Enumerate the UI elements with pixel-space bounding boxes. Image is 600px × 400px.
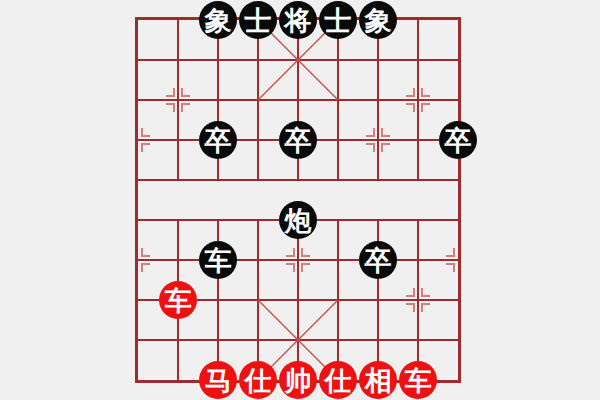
red-king-piece[interactable]: 帅 <box>279 361 317 399</box>
black-chariot-piece[interactable]: 车 <box>199 241 237 279</box>
red-chariot-piece[interactable]: 车 <box>399 361 437 399</box>
red-elephant-piece[interactable]: 相 <box>359 361 397 399</box>
black-soldier-piece[interactable]: 卒 <box>199 121 237 159</box>
red-advisor-piece[interactable]: 仕 <box>239 361 277 399</box>
black-cannon-piece[interactable]: 炮 <box>279 201 317 239</box>
black-soldier-piece[interactable]: 卒 <box>439 121 477 159</box>
black-advisor-piece[interactable]: 士 <box>319 1 357 39</box>
black-advisor-piece[interactable]: 士 <box>239 1 277 39</box>
red-chariot-piece[interactable]: 车 <box>159 281 197 319</box>
black-soldier-piece[interactable]: 卒 <box>279 121 317 159</box>
black-king-piece[interactable]: 将 <box>279 1 317 39</box>
black-elephant-piece[interactable]: 象 <box>359 1 397 39</box>
piece-grid: 象士将士象卒卒卒炮车卒车马仕帅仕相车 <box>118 0 478 400</box>
black-elephant-piece[interactable]: 象 <box>199 1 237 39</box>
red-advisor-piece[interactable]: 仕 <box>319 361 357 399</box>
black-soldier-piece[interactable]: 卒 <box>359 241 397 279</box>
xiangqi-board: 象士将士象卒卒卒炮车卒车马仕帅仕相车 <box>0 0 600 400</box>
red-horse-piece[interactable]: 马 <box>199 361 237 399</box>
